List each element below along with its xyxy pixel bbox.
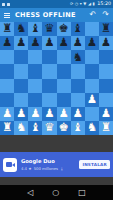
black-rook: ♜ [101, 23, 111, 35]
white-king: ♚ [58, 122, 68, 134]
black-pawn: ♟ [58, 37, 68, 49]
black-pawn: ♟ [73, 37, 83, 49]
square-e7[interactable]: ♟ [57, 36, 71, 50]
white-pawn: ♟ [16, 108, 26, 120]
black-pawn: ♟ [44, 37, 54, 49]
volume-icon: ▾ [80, 2, 82, 6]
square-d6[interactable] [42, 50, 56, 64]
square-h5[interactable] [99, 64, 113, 78]
back-icon[interactable]: ◁ [27, 189, 33, 197]
ad-app-name: Google Duo [21, 158, 64, 164]
ad-rating: 4.4 ★ [21, 166, 32, 171]
download-icon: ⭳ [60, 166, 64, 171]
android-nav-bar: ◁ ○ □ [0, 185, 113, 200]
white-pawn: ♟ [2, 108, 12, 120]
black-bishop: ♝ [30, 23, 40, 35]
white-pawn: ♟ [30, 108, 40, 120]
phone-screen: ⟳ ◷ ▾ ▼ ◢ ▮ 15:20 CHESS OFFLINE ↶ ↷ ♜♞♝♛… [0, 0, 113, 200]
hamburger-menu-icon[interactable] [4, 13, 10, 18]
square-c6[interactable] [28, 50, 42, 64]
square-h1[interactable]: ♜ [99, 121, 113, 135]
white-rook: ♜ [2, 122, 12, 134]
ad-installs: 500 millones [34, 166, 58, 171]
undo-arrow-icon[interactable]: ↶ [90, 11, 97, 19]
app-title: CHESS OFFLINE [15, 11, 76, 19]
white-pawn: ♟ [73, 108, 83, 120]
white-rook: ♜ [101, 122, 111, 134]
black-pawn: ♟ [101, 37, 111, 49]
square-f4[interactable] [71, 79, 85, 93]
square-h4[interactable] [99, 79, 113, 93]
white-pawn: ♟ [58, 108, 68, 120]
black-queen: ♛ [44, 23, 54, 35]
ad-subline: 4.4 ★ 500 millones ⭳ [21, 166, 64, 171]
black-pawn: ♟ [30, 37, 40, 49]
square-d7[interactable]: ♟ [42, 36, 56, 50]
square-c1[interactable]: ♝ [28, 121, 42, 135]
home-icon[interactable]: ○ [52, 189, 59, 197]
status-icons: ⟳ ◷ ▾ ▼ ◢ ▮ 15:20 [70, 2, 111, 7]
lower-region: Google Duo 4.4 ★ 500 millones ⭳ INSTALAR… [0, 135, 113, 200]
square-d4[interactable] [42, 79, 56, 93]
google-duo-app-icon [3, 158, 17, 172]
square-e6[interactable] [57, 50, 71, 64]
black-king: ♚ [58, 23, 68, 35]
white-queen: ♛ [44, 122, 54, 134]
square-b7[interactable]: ♟ [14, 36, 28, 50]
alarm-icon: ◷ [75, 2, 79, 6]
redo-arrow-icon[interactable]: ↷ [102, 11, 109, 19]
clock-text: 15:20 [97, 2, 111, 7]
white-knight: ♞ [87, 122, 97, 134]
square-d1[interactable]: ♛ [42, 121, 56, 135]
black-pawn: ♟ [2, 37, 12, 49]
notification-area [2, 3, 10, 6]
square-h7[interactable]: ♟ [99, 36, 113, 50]
notification-icon [7, 3, 10, 6]
white-bishop: ♝ [30, 122, 40, 134]
battery-icon: ▮ [92, 2, 94, 6]
square-e1[interactable]: ♚ [57, 121, 71, 135]
sync-icon: ⟳ [70, 2, 73, 6]
square-f1[interactable]: ♝ [71, 121, 85, 135]
wifi-icon: ▼ [83, 2, 86, 6]
white-knight: ♞ [16, 122, 26, 134]
notification-icon [2, 3, 5, 6]
square-c4[interactable] [28, 79, 42, 93]
black-rook: ♜ [2, 23, 12, 35]
white-bishop: ♝ [73, 122, 83, 134]
square-e4[interactable] [57, 79, 71, 93]
black-pawn: ♟ [87, 37, 97, 49]
square-c7[interactable]: ♟ [28, 36, 42, 50]
square-a4[interactable] [0, 79, 14, 93]
square-d5[interactable] [42, 64, 56, 78]
square-a6[interactable] [0, 50, 14, 64]
recents-icon[interactable]: □ [78, 189, 86, 197]
square-c5[interactable] [28, 64, 42, 78]
white-pawn: ♟ [87, 93, 97, 105]
square-g1[interactable]: ♞ [85, 121, 99, 135]
square-a7[interactable]: ♟ [0, 36, 14, 50]
ad-banner[interactable]: Google Duo 4.4 ★ 500 millones ⭳ INSTALAR [0, 152, 113, 177]
square-b6[interactable] [14, 50, 28, 64]
square-e5[interactable] [57, 64, 71, 78]
install-button[interactable]: INSTALAR [79, 160, 110, 169]
chess-board: ♜♞♝♛♚♝♜♟♟♟♟♟♟♟♟♞♟♟♟♟♟♟♟♟♜♞♝♛♚♝♞♜ [0, 22, 113, 135]
square-b1[interactable]: ♞ [14, 121, 28, 135]
square-g6[interactable] [85, 50, 99, 64]
square-b4[interactable] [14, 79, 28, 93]
black-bishop: ♝ [73, 23, 83, 35]
square-b5[interactable] [14, 64, 28, 78]
square-g5[interactable] [85, 64, 99, 78]
black-knight: ♞ [16, 23, 26, 35]
status-bar: ⟳ ◷ ▾ ▼ ◢ ▮ 15:20 [0, 0, 113, 8]
square-f6[interactable]: ♞ [71, 50, 85, 64]
square-f5[interactable] [71, 64, 85, 78]
signal-icon: ◢ [88, 2, 91, 6]
square-a1[interactable]: ♜ [0, 121, 14, 135]
square-g3[interactable]: ♟ [85, 93, 99, 107]
square-g7[interactable]: ♟ [85, 36, 99, 50]
square-a5[interactable] [0, 64, 14, 78]
black-knight: ♞ [73, 51, 83, 63]
white-pawn: ♟ [44, 108, 54, 120]
white-pawn: ♟ [101, 108, 111, 120]
square-h6[interactable] [99, 50, 113, 64]
black-pawn: ♟ [16, 37, 26, 49]
